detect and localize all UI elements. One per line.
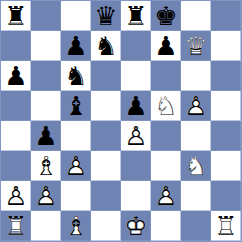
- piece-black-pawn[interactable]: ♟: [151, 31, 181, 61]
- piece-black-queen[interactable]: ♛: [91, 1, 121, 31]
- square-b6[interactable]: [31, 61, 61, 91]
- square-f1[interactable]: [151, 211, 181, 241]
- piece-white-pawn[interactable]: ♟♙: [121, 121, 151, 151]
- square-a4[interactable]: [1, 121, 31, 151]
- square-e2[interactable]: [121, 181, 151, 211]
- piece-black-knight[interactable]: ♞: [91, 31, 121, 61]
- piece-outline-layer: ♗: [31, 151, 61, 181]
- piece-black-pawn[interactable]: ♟: [31, 121, 61, 151]
- piece-outline-layer: ♙: [31, 181, 61, 211]
- square-c5[interactable]: ♝: [61, 91, 91, 121]
- piece-white-pawn[interactable]: ♟♙: [181, 91, 211, 121]
- piece-white-king[interactable]: ♚♔: [121, 211, 151, 241]
- square-g2[interactable]: [181, 181, 211, 211]
- square-h8[interactable]: [211, 1, 241, 31]
- piece-white-rook[interactable]: ♜♖: [1, 211, 31, 241]
- square-h7[interactable]: [211, 31, 241, 61]
- square-b4[interactable]: ♟: [31, 121, 61, 151]
- piece-outline-layer: ♖: [211, 211, 241, 241]
- square-g6[interactable]: [181, 61, 211, 91]
- square-c1[interactable]: ♝♗: [61, 211, 91, 241]
- piece-outline-layer: ♙: [61, 151, 91, 181]
- piece-white-knight[interactable]: ♞♘: [181, 151, 211, 181]
- square-b5[interactable]: [31, 91, 61, 121]
- square-h4[interactable]: [211, 121, 241, 151]
- square-g5[interactable]: ♟♙: [181, 91, 211, 121]
- square-a5[interactable]: [1, 91, 31, 121]
- chess-board: ♜♛♜♚♟♞♟♛♕♟♞♝♟♞♘♟♙♟♟♙♝♗♟♙♞♘♟♙♟♙♟♙♜♖♝♗♚♔♜♖: [0, 0, 242, 242]
- square-c3[interactable]: ♟♙: [61, 151, 91, 181]
- square-g4[interactable]: [181, 121, 211, 151]
- piece-white-pawn[interactable]: ♟♙: [1, 181, 31, 211]
- square-a6[interactable]: ♟: [1, 61, 31, 91]
- piece-black-pawn[interactable]: ♟: [1, 61, 31, 91]
- piece-outline-layer: ♔: [121, 211, 151, 241]
- square-c2[interactable]: [61, 181, 91, 211]
- square-a1[interactable]: ♜♖: [1, 211, 31, 241]
- square-e4[interactable]: ♟♙: [121, 121, 151, 151]
- piece-white-bishop[interactable]: ♝♗: [31, 151, 61, 181]
- piece-black-bishop[interactable]: ♝: [61, 91, 91, 121]
- square-f3[interactable]: [151, 151, 181, 181]
- piece-white-pawn[interactable]: ♟♙: [61, 151, 91, 181]
- piece-outline-layer: ♖: [1, 211, 31, 241]
- square-e5[interactable]: ♟: [121, 91, 151, 121]
- square-h2[interactable]: [211, 181, 241, 211]
- square-b1[interactable]: [31, 211, 61, 241]
- square-e6[interactable]: [121, 61, 151, 91]
- piece-white-queen[interactable]: ♛♕: [181, 31, 211, 61]
- square-g8[interactable]: [181, 1, 211, 31]
- square-f6[interactable]: [151, 61, 181, 91]
- square-d7[interactable]: ♞: [91, 31, 121, 61]
- square-g7[interactable]: ♛♕: [181, 31, 211, 61]
- square-d4[interactable]: [91, 121, 121, 151]
- piece-black-rook[interactable]: ♜: [121, 1, 151, 31]
- square-a8[interactable]: ♜: [1, 1, 31, 31]
- piece-white-bishop[interactable]: ♝♗: [61, 211, 91, 241]
- square-b7[interactable]: [31, 31, 61, 61]
- piece-black-knight[interactable]: ♞: [61, 61, 91, 91]
- piece-outline-layer: ♙: [1, 181, 31, 211]
- square-c6[interactable]: ♞: [61, 61, 91, 91]
- square-f2[interactable]: ♟♙: [151, 181, 181, 211]
- square-e8[interactable]: ♜: [121, 1, 151, 31]
- square-b2[interactable]: ♟♙: [31, 181, 61, 211]
- square-b3[interactable]: ♝♗: [31, 151, 61, 181]
- piece-outline-layer: ♘: [151, 91, 181, 121]
- square-h6[interactable]: [211, 61, 241, 91]
- square-f5[interactable]: ♞♘: [151, 91, 181, 121]
- square-a7[interactable]: [1, 31, 31, 61]
- piece-black-pawn[interactable]: ♟: [61, 31, 91, 61]
- square-e7[interactable]: [121, 31, 151, 61]
- square-d2[interactable]: [91, 181, 121, 211]
- piece-outline-layer: ♙: [181, 91, 211, 121]
- square-g1[interactable]: [181, 211, 211, 241]
- square-h5[interactable]: [211, 91, 241, 121]
- square-d8[interactable]: ♛: [91, 1, 121, 31]
- square-f7[interactable]: ♟: [151, 31, 181, 61]
- piece-outline-layer: ♘: [181, 151, 211, 181]
- piece-outline-layer: ♕: [181, 31, 211, 61]
- square-d6[interactable]: [91, 61, 121, 91]
- square-f4[interactable]: [151, 121, 181, 151]
- piece-outline-layer: ♙: [121, 121, 151, 151]
- square-a2[interactable]: ♟♙: [1, 181, 31, 211]
- square-c4[interactable]: [61, 121, 91, 151]
- piece-outline-layer: ♙: [151, 181, 181, 211]
- piece-black-rook[interactable]: ♜: [1, 1, 31, 31]
- square-f8[interactable]: ♚: [151, 1, 181, 31]
- square-b8[interactable]: [31, 1, 61, 31]
- square-e3[interactable]: [121, 151, 151, 181]
- piece-white-pawn[interactable]: ♟♙: [151, 181, 181, 211]
- piece-outline-layer: ♗: [61, 211, 91, 241]
- square-d3[interactable]: [91, 151, 121, 181]
- piece-black-king[interactable]: ♚: [151, 1, 181, 31]
- piece-white-knight[interactable]: ♞♘: [151, 91, 181, 121]
- square-c7[interactable]: ♟: [61, 31, 91, 61]
- piece-black-pawn[interactable]: ♟: [121, 91, 151, 121]
- square-e1[interactable]: ♚♔: [121, 211, 151, 241]
- square-g3[interactable]: ♞♘: [181, 151, 211, 181]
- piece-white-pawn[interactable]: ♟♙: [31, 181, 61, 211]
- screenshot-stage: ♜♛♜♚♟♞♟♛♕♟♞♝♟♞♘♟♙♟♟♙♝♗♟♙♞♘♟♙♟♙♟♙♜♖♝♗♚♔♜♖: [0, 0, 242, 242]
- square-h3[interactable]: [211, 151, 241, 181]
- square-c8[interactable]: [61, 1, 91, 31]
- square-h1[interactable]: ♜♖: [211, 211, 241, 241]
- square-d5[interactable]: [91, 91, 121, 121]
- square-a3[interactable]: [1, 151, 31, 181]
- square-d1[interactable]: [91, 211, 121, 241]
- piece-white-rook[interactable]: ♜♖: [211, 211, 241, 241]
